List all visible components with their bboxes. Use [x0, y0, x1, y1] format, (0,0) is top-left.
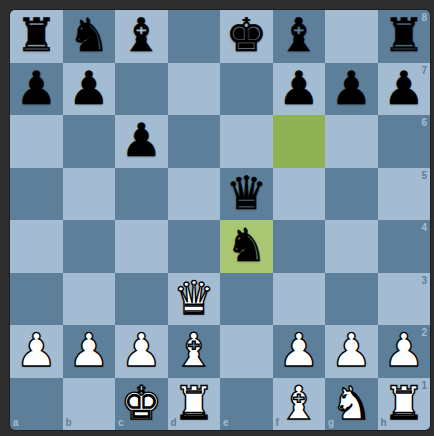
square-e1[interactable]: e — [220, 378, 273, 431]
white-pawn-piece[interactable]: ♟ — [68, 324, 109, 377]
white-king-piece[interactable]: ♚ — [121, 377, 162, 430]
square-c8[interactable]: ♝ — [115, 10, 168, 63]
square-h8[interactable]: ♜8 — [378, 10, 431, 63]
white-pawn-piece[interactable]: ♟ — [383, 324, 424, 377]
square-h7[interactable]: ♟7 — [378, 63, 431, 116]
square-g1[interactable]: ♞g — [325, 378, 378, 431]
square-e2[interactable] — [220, 325, 273, 378]
black-pawn-piece[interactable]: ♟ — [16, 62, 57, 115]
square-d4[interactable] — [168, 220, 221, 273]
file-label-a: a — [13, 418, 19, 428]
black-bishop-piece[interactable]: ♝ — [278, 10, 319, 62]
square-a3[interactable] — [10, 273, 63, 326]
square-h3[interactable]: 3 — [378, 273, 431, 326]
black-rook-piece[interactable]: ♜ — [16, 10, 57, 62]
square-d8[interactable] — [168, 10, 221, 63]
square-e8[interactable]: ♚ — [220, 10, 273, 63]
square-d6[interactable] — [168, 115, 221, 168]
rank-label-5: 5 — [421, 171, 427, 181]
square-d2[interactable]: ♝ — [168, 325, 221, 378]
chess-board: ♜♞♝♚♝♜8♟♟♟♟♟7♟6♛5♞4♛3♟♟♟♝♟♟♟2ab♚c♜de♝f♞g… — [10, 10, 430, 430]
square-h4[interactable]: 4 — [378, 220, 431, 273]
white-queen-piece[interactable]: ♛ — [173, 272, 214, 325]
square-e5[interactable]: ♛ — [220, 168, 273, 221]
square-e6[interactable] — [220, 115, 273, 168]
square-f3[interactable] — [273, 273, 326, 326]
square-g2[interactable]: ♟ — [325, 325, 378, 378]
white-pawn-piece[interactable]: ♟ — [16, 324, 57, 377]
square-g3[interactable] — [325, 273, 378, 326]
square-c2[interactable]: ♟ — [115, 325, 168, 378]
square-e4[interactable]: ♞ — [220, 220, 273, 273]
white-knight-piece[interactable]: ♞ — [331, 377, 372, 430]
square-c7[interactable] — [115, 63, 168, 116]
square-b7[interactable]: ♟ — [63, 63, 116, 116]
square-f2[interactable]: ♟ — [273, 325, 326, 378]
white-pawn-piece[interactable]: ♟ — [331, 324, 372, 377]
square-e7[interactable] — [220, 63, 273, 116]
square-a8[interactable]: ♜ — [10, 10, 63, 63]
square-f5[interactable] — [273, 168, 326, 221]
black-pawn-piece[interactable]: ♟ — [278, 62, 319, 115]
square-b8[interactable]: ♞ — [63, 10, 116, 63]
black-pawn-piece[interactable]: ♟ — [121, 114, 162, 167]
black-knight-piece[interactable]: ♞ — [68, 10, 109, 62]
square-c1[interactable]: ♚c — [115, 378, 168, 431]
square-a5[interactable] — [10, 168, 63, 221]
white-pawn-piece[interactable]: ♟ — [121, 324, 162, 377]
square-e3[interactable] — [220, 273, 273, 326]
white-pawn-piece[interactable]: ♟ — [278, 324, 319, 377]
square-a6[interactable] — [10, 115, 63, 168]
square-c6[interactable]: ♟ — [115, 115, 168, 168]
square-f8[interactable]: ♝ — [273, 10, 326, 63]
black-pawn-piece[interactable]: ♟ — [68, 62, 109, 115]
square-b2[interactable]: ♟ — [63, 325, 116, 378]
file-label-b: b — [66, 418, 72, 428]
square-g8[interactable] — [325, 10, 378, 63]
white-rook-piece[interactable]: ♜ — [383, 377, 424, 430]
square-g7[interactable]: ♟ — [325, 63, 378, 116]
board-frame: ♜♞♝♚♝♜8♟♟♟♟♟7♟6♛5♞4♛3♟♟♟♝♟♟♟2ab♚c♜de♝f♞g… — [0, 0, 434, 436]
square-b3[interactable] — [63, 273, 116, 326]
square-f4[interactable] — [273, 220, 326, 273]
square-h1[interactable]: ♜h1 — [378, 378, 431, 431]
square-h5[interactable]: 5 — [378, 168, 431, 221]
square-d5[interactable] — [168, 168, 221, 221]
square-h6[interactable]: 6 — [378, 115, 431, 168]
square-d1[interactable]: ♜d — [168, 378, 221, 431]
white-rook-piece[interactable]: ♜ — [173, 377, 214, 430]
square-a1[interactable]: a — [10, 378, 63, 431]
square-b4[interactable] — [63, 220, 116, 273]
square-d3[interactable]: ♛ — [168, 273, 221, 326]
rank-label-3: 3 — [421, 276, 427, 286]
square-d7[interactable] — [168, 63, 221, 116]
black-queen-piece[interactable]: ♛ — [226, 167, 267, 220]
black-pawn-piece[interactable]: ♟ — [331, 62, 372, 115]
black-rook-piece[interactable]: ♜ — [383, 10, 424, 62]
square-b6[interactable] — [63, 115, 116, 168]
black-pawn-piece[interactable]: ♟ — [383, 62, 424, 115]
black-king-piece[interactable]: ♚ — [226, 10, 267, 62]
square-b1[interactable]: b — [63, 378, 116, 431]
square-f1[interactable]: ♝f — [273, 378, 326, 431]
square-f6[interactable] — [273, 115, 326, 168]
square-a4[interactable] — [10, 220, 63, 273]
square-h2[interactable]: ♟2 — [378, 325, 431, 378]
square-g6[interactable] — [325, 115, 378, 168]
square-b5[interactable] — [63, 168, 116, 221]
black-knight-piece[interactable]: ♞ — [226, 219, 267, 272]
black-bishop-piece[interactable]: ♝ — [121, 10, 162, 62]
file-label-e: e — [223, 418, 229, 428]
square-c3[interactable] — [115, 273, 168, 326]
white-bishop-piece[interactable]: ♝ — [278, 377, 319, 430]
square-f7[interactable]: ♟ — [273, 63, 326, 116]
square-c5[interactable] — [115, 168, 168, 221]
square-g4[interactable] — [325, 220, 378, 273]
rank-label-4: 4 — [421, 223, 427, 233]
square-c4[interactable] — [115, 220, 168, 273]
square-a2[interactable]: ♟ — [10, 325, 63, 378]
rank-label-6: 6 — [421, 118, 427, 128]
white-bishop-piece[interactable]: ♝ — [173, 324, 214, 377]
square-g5[interactable] — [325, 168, 378, 221]
square-a7[interactable]: ♟ — [10, 63, 63, 116]
